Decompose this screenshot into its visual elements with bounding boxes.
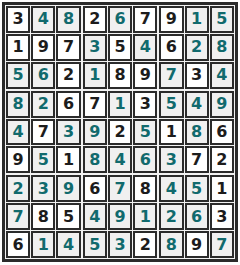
sudoku-cell-r3c8[interactable]: 3	[185, 62, 209, 89]
sudoku-cell-r8c1[interactable]: 7	[6, 203, 30, 230]
sudoku-cell-r1c3[interactable]: 8	[56, 6, 80, 33]
sudoku-cell-r1c7[interactable]: 9	[159, 6, 183, 33]
sudoku-block-6: 549186372	[159, 91, 234, 174]
sudoku-cell-r5c4[interactable]: 9	[83, 119, 107, 146]
sudoku-cell-r7c9[interactable]: 1	[210, 175, 234, 202]
sudoku-cell-r9c5[interactable]: 3	[108, 231, 132, 258]
sudoku-cell-r8c5[interactable]: 9	[108, 203, 132, 230]
sudoku-cell-r9c4[interactable]: 5	[83, 231, 107, 258]
sudoku-cell-r1c2[interactable]: 4	[31, 6, 55, 33]
sudoku-cell-r2c7[interactable]: 6	[159, 34, 183, 61]
sudoku-cell-r4c7[interactable]: 5	[159, 91, 183, 118]
sudoku-block-2: 267354189	[83, 6, 158, 89]
sudoku-cell-r7c4[interactable]: 6	[83, 175, 107, 202]
sudoku-cell-r2c2[interactable]: 9	[31, 34, 55, 61]
sudoku-cell-r3c1[interactable]: 5	[6, 62, 30, 89]
sudoku-cell-r9c6[interactable]: 2	[133, 231, 157, 258]
sudoku-cell-r9c1[interactable]: 6	[6, 231, 30, 258]
sudoku-cell-r4c1[interactable]: 8	[6, 91, 30, 118]
sudoku-cell-r8c4[interactable]: 4	[83, 203, 107, 230]
sudoku-cell-r8c6[interactable]: 1	[133, 203, 157, 230]
sudoku-cell-r3c6[interactable]: 9	[133, 62, 157, 89]
sudoku-cell-r7c7[interactable]: 4	[159, 175, 183, 202]
sudoku-cell-r6c9[interactable]: 2	[210, 146, 234, 173]
sudoku-cell-r9c9[interactable]: 7	[210, 231, 234, 258]
sudoku-cell-r7c6[interactable]: 8	[133, 175, 157, 202]
sudoku-cell-r6c4[interactable]: 8	[83, 146, 107, 173]
sudoku-cell-r7c1[interactable]: 2	[6, 175, 30, 202]
sudoku-cell-r4c3[interactable]: 6	[56, 91, 80, 118]
sudoku-cell-r4c8[interactable]: 4	[185, 91, 209, 118]
sudoku-cell-r5c1[interactable]: 4	[6, 119, 30, 146]
sudoku-cell-r4c4[interactable]: 7	[83, 91, 107, 118]
sudoku-cell-r8c2[interactable]: 8	[31, 203, 55, 230]
sudoku-cell-r8c8[interactable]: 6	[185, 203, 209, 230]
sudoku-cell-r6c5[interactable]: 4	[108, 146, 132, 173]
sudoku-cell-r8c7[interactable]: 2	[159, 203, 183, 230]
sudoku-cell-r3c3[interactable]: 2	[56, 62, 80, 89]
sudoku-block-8: 678491532	[83, 175, 158, 258]
sudoku-cell-r6c7[interactable]: 3	[159, 146, 183, 173]
sudoku-cell-r8c3[interactable]: 5	[56, 203, 80, 230]
sudoku-cell-r7c5[interactable]: 7	[108, 175, 132, 202]
sudoku-cell-r7c2[interactable]: 3	[31, 175, 55, 202]
sudoku-cell-r4c9[interactable]: 9	[210, 91, 234, 118]
sudoku-cell-r9c8[interactable]: 9	[185, 231, 209, 258]
sudoku-cell-r3c5[interactable]: 8	[108, 62, 132, 89]
sudoku-cell-r5c3[interactable]: 3	[56, 119, 80, 146]
sudoku-cell-r7c3[interactable]: 9	[56, 175, 80, 202]
sudoku-cell-r1c1[interactable]: 3	[6, 6, 30, 33]
sudoku-cell-r7c8[interactable]: 5	[185, 175, 209, 202]
sudoku-cell-r6c1[interactable]: 9	[6, 146, 30, 173]
sudoku-cell-r1c8[interactable]: 1	[185, 6, 209, 33]
sudoku-cell-r1c6[interactable]: 7	[133, 6, 157, 33]
sudoku-cell-r4c6[interactable]: 3	[133, 91, 157, 118]
sudoku-block-5: 713925846	[83, 91, 158, 174]
sudoku-cell-r3c4[interactable]: 1	[83, 62, 107, 89]
sudoku-cell-r2c8[interactable]: 2	[185, 34, 209, 61]
sudoku-cell-r9c2[interactable]: 1	[31, 231, 55, 258]
sudoku-cell-r9c3[interactable]: 4	[56, 231, 80, 258]
sudoku-block-7: 239785614	[6, 175, 81, 258]
sudoku-cell-r2c1[interactable]: 1	[6, 34, 30, 61]
sudoku-cell-r3c9[interactable]: 4	[210, 62, 234, 89]
sudoku-cell-r1c5[interactable]: 6	[108, 6, 132, 33]
sudoku-cell-r6c3[interactable]: 1	[56, 146, 80, 173]
sudoku-cell-r3c2[interactable]: 6	[31, 62, 55, 89]
sudoku-block-9: 451263897	[159, 175, 234, 258]
sudoku-cell-r4c2[interactable]: 2	[31, 91, 55, 118]
sudoku-cell-r5c2[interactable]: 7	[31, 119, 55, 146]
sudoku-block-3: 915628734	[159, 6, 234, 89]
sudoku-cell-r3c7[interactable]: 7	[159, 62, 183, 89]
sudoku-board: 3481975622673541899156287348264739517139…	[2, 2, 238, 262]
sudoku-cell-r8c9[interactable]: 3	[210, 203, 234, 230]
sudoku-cell-r1c4[interactable]: 2	[83, 6, 107, 33]
sudoku-cell-r5c8[interactable]: 8	[185, 119, 209, 146]
sudoku-cell-r2c6[interactable]: 4	[133, 34, 157, 61]
sudoku-cell-r6c6[interactable]: 6	[133, 146, 157, 173]
sudoku-block-4: 826473951	[6, 91, 81, 174]
sudoku-cell-r5c6[interactable]: 5	[133, 119, 157, 146]
sudoku-cell-r5c5[interactable]: 2	[108, 119, 132, 146]
sudoku-cell-r6c8[interactable]: 7	[185, 146, 209, 173]
sudoku-block-1: 348197562	[6, 6, 81, 89]
sudoku-cell-r6c2[interactable]: 5	[31, 146, 55, 173]
sudoku-cell-r1c9[interactable]: 5	[210, 6, 234, 33]
sudoku-cell-r2c4[interactable]: 3	[83, 34, 107, 61]
sudoku-cell-r2c3[interactable]: 7	[56, 34, 80, 61]
sudoku-cell-r5c7[interactable]: 1	[159, 119, 183, 146]
sudoku-cell-r4c5[interactable]: 1	[108, 91, 132, 118]
sudoku-cell-r5c9[interactable]: 6	[210, 119, 234, 146]
sudoku-cell-r2c9[interactable]: 8	[210, 34, 234, 61]
sudoku-cell-r9c7[interactable]: 8	[159, 231, 183, 258]
sudoku-cell-r2c5[interactable]: 5	[108, 34, 132, 61]
